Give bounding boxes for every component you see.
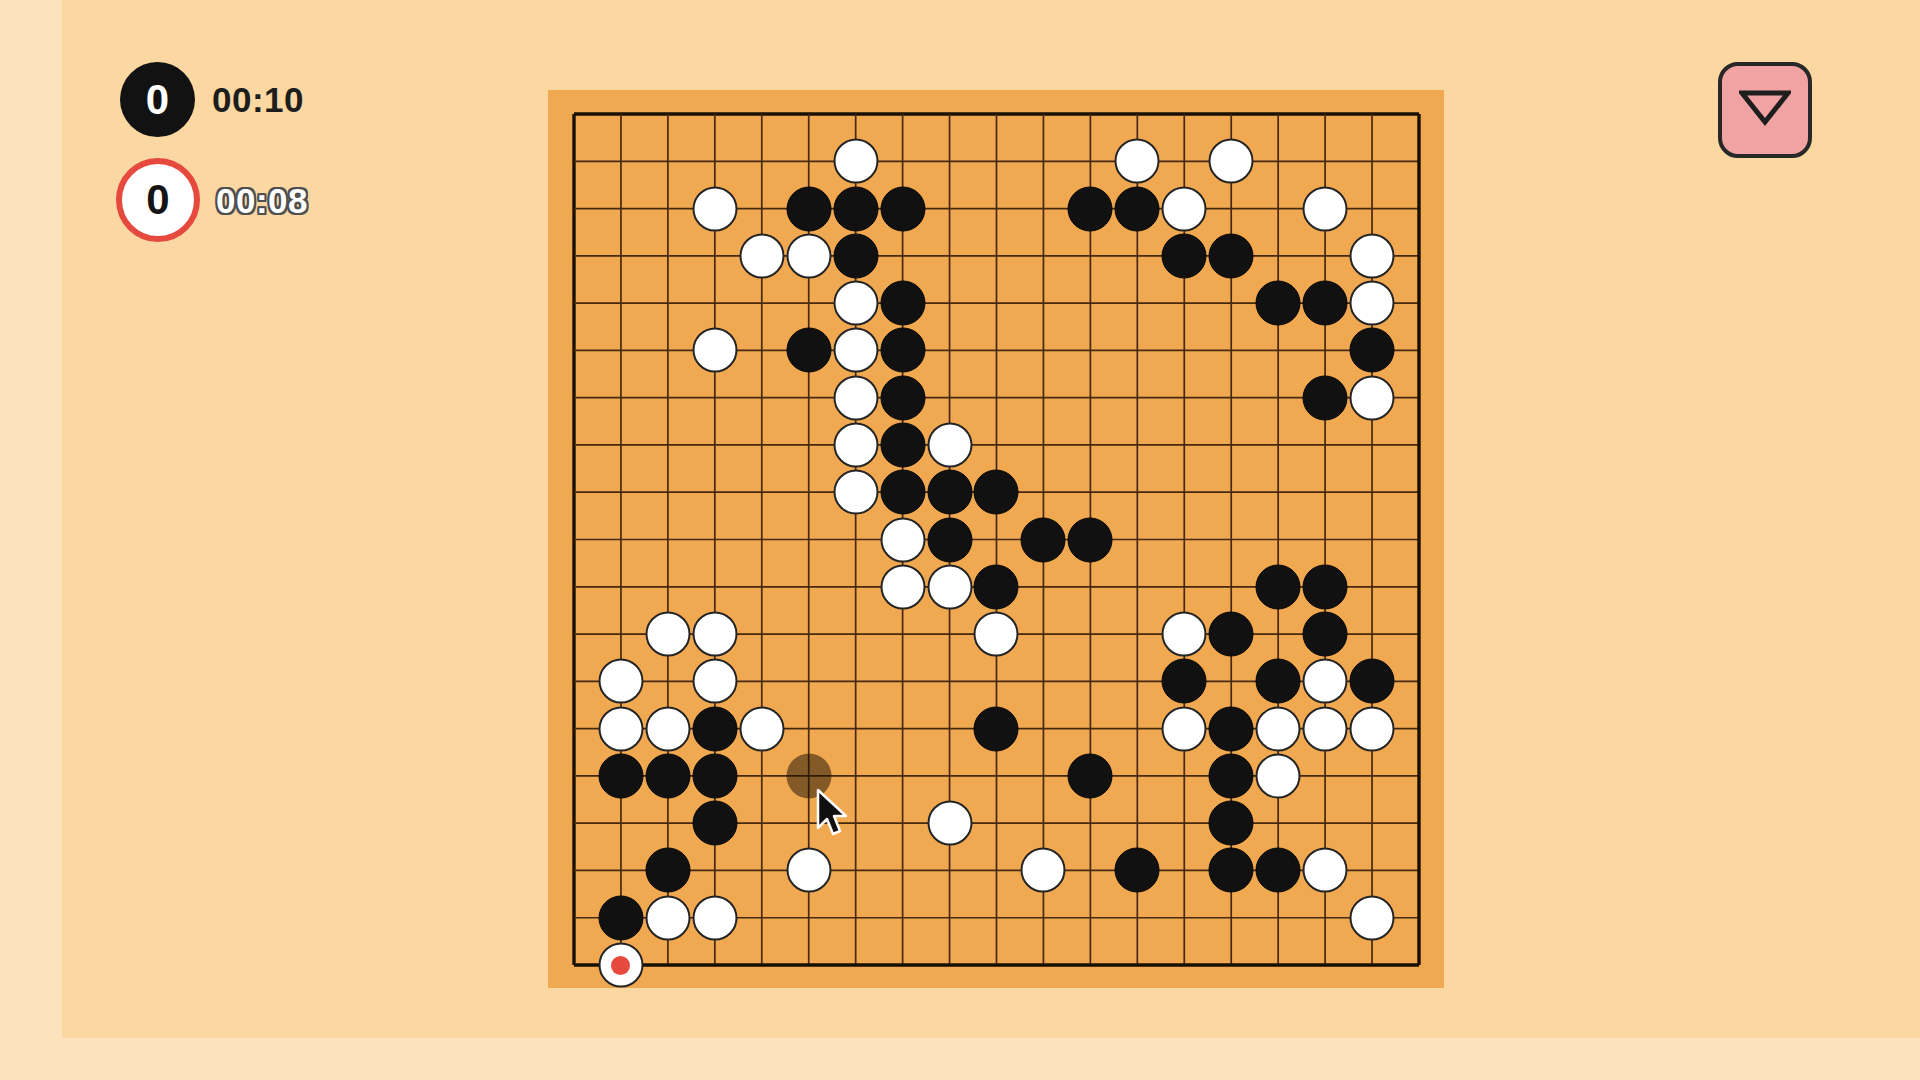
go-game-screen: { "game": "go", "page": { "bg": "#fbd7a1… — [0, 0, 1920, 1080]
stone-white — [1256, 753, 1301, 798]
stone-white — [692, 612, 737, 657]
stone-black — [1209, 801, 1254, 846]
stone-white — [1303, 848, 1348, 893]
stone-black — [1303, 564, 1348, 609]
stone-black — [974, 706, 1019, 751]
stone-black — [1303, 281, 1348, 326]
stone-black — [1256, 848, 1301, 893]
black-timer: 00:10 — [212, 79, 304, 120]
stone-black — [786, 328, 831, 373]
stone-black — [880, 375, 925, 420]
stone-black — [1209, 848, 1254, 893]
stone-white — [927, 801, 972, 846]
pass-button[interactable] — [1718, 62, 1812, 158]
stone-black — [692, 706, 737, 751]
stone-white — [1350, 895, 1395, 940]
stone-black — [1162, 233, 1207, 278]
stone-white — [739, 233, 784, 278]
stone-black — [598, 753, 643, 798]
stone-black — [833, 233, 878, 278]
stone-black — [1209, 233, 1254, 278]
stone-black — [1209, 753, 1254, 798]
stone-black — [692, 801, 737, 846]
stone-black — [833, 186, 878, 231]
stone-white — [833, 328, 878, 373]
background-left-strip — [0, 0, 62, 1080]
stone-black — [1209, 706, 1254, 751]
stone-white — [1350, 281, 1395, 326]
white-capture-count-active: 0 — [116, 158, 200, 242]
stone-black — [786, 186, 831, 231]
stone-black — [1350, 328, 1395, 373]
stone-black — [927, 470, 972, 515]
stone-white — [927, 422, 972, 467]
stone-black — [645, 753, 690, 798]
stone-white — [598, 706, 643, 751]
stone-white — [692, 328, 737, 373]
stone-white — [1303, 706, 1348, 751]
stone-black — [927, 517, 972, 562]
mouse-cursor — [815, 788, 849, 842]
stone-white — [1303, 659, 1348, 704]
stone-black — [880, 470, 925, 515]
stone-black — [598, 895, 643, 940]
stone-black — [1068, 753, 1113, 798]
last-move-marker — [611, 956, 630, 975]
stone-white — [1162, 186, 1207, 231]
black-captures-value: 0 — [146, 76, 169, 124]
stone-black — [974, 470, 1019, 515]
stone-white — [598, 659, 643, 704]
background-bottom-strip — [0, 1038, 1920, 1080]
stone-black — [880, 328, 925, 373]
stone-black — [1068, 517, 1113, 562]
stone-white — [645, 706, 690, 751]
stone-white — [1162, 706, 1207, 751]
stone-white — [1303, 186, 1348, 231]
stone-black — [692, 753, 737, 798]
stone-black — [1115, 848, 1160, 893]
stone-white — [833, 139, 878, 184]
stone-white — [927, 564, 972, 609]
stone-white — [1350, 706, 1395, 751]
stone-black — [1350, 659, 1395, 704]
stones-layer — [548, 90, 1444, 988]
stone-black — [1256, 281, 1301, 326]
stone-white — [833, 281, 878, 326]
black-capture-count: 0 — [120, 62, 195, 137]
stone-black — [1256, 564, 1301, 609]
white-captures-value: 0 — [146, 176, 169, 224]
stone-white — [645, 612, 690, 657]
stone-black — [1115, 186, 1160, 231]
stone-black — [880, 422, 925, 467]
stone-black — [1162, 659, 1207, 704]
stone-white — [833, 470, 878, 515]
stone-white — [1350, 375, 1395, 420]
stone-white — [692, 186, 737, 231]
go-board[interactable] — [548, 90, 1444, 988]
stone-white — [1209, 139, 1254, 184]
stone-black — [1209, 612, 1254, 657]
stone-white — [880, 564, 925, 609]
stone-black — [880, 281, 925, 326]
stone-white — [1115, 139, 1160, 184]
stone-white — [833, 375, 878, 420]
stone-white — [692, 659, 737, 704]
stone-white — [645, 895, 690, 940]
stone-white — [1256, 706, 1301, 751]
stone-white — [598, 943, 643, 988]
stone-black — [645, 848, 690, 893]
stone-black — [974, 564, 1019, 609]
stone-white — [833, 422, 878, 467]
stone-black — [1068, 186, 1113, 231]
stone-white — [739, 706, 784, 751]
stone-black — [880, 186, 925, 231]
stone-white — [786, 848, 831, 893]
stone-black — [1021, 517, 1066, 562]
stone-white — [1350, 233, 1395, 278]
triangle-down-icon — [1739, 89, 1791, 131]
stone-white — [880, 517, 925, 562]
white-timer: 00:08 — [216, 180, 308, 221]
stone-black — [1256, 659, 1301, 704]
stone-white — [692, 895, 737, 940]
stone-white — [1162, 612, 1207, 657]
stone-black — [1303, 612, 1348, 657]
stone-white — [786, 233, 831, 278]
stone-white — [974, 612, 1019, 657]
stone-white — [1021, 848, 1066, 893]
stone-black — [1303, 375, 1348, 420]
